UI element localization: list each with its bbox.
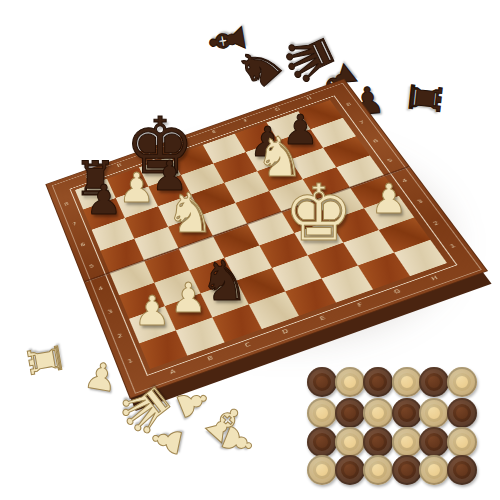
light-checker[interactable] <box>335 427 365 457</box>
dark-checker[interactable] <box>419 367 449 397</box>
white-pawn-h3[interactable]: ♟ <box>371 179 408 220</box>
dark-checker[interactable] <box>335 398 365 428</box>
white-pawn-b2[interactable]: ♟ <box>170 278 207 319</box>
light-checker[interactable] <box>447 427 477 457</box>
fallen-white-pawn[interactable]: ♟ <box>147 421 190 461</box>
light-checker[interactable] <box>363 398 393 428</box>
white-king-f3[interactable]: ♚ <box>284 174 354 252</box>
dark-checker[interactable] <box>307 427 337 457</box>
light-checker[interactable] <box>307 398 337 428</box>
black-knight-c2[interactable]: ♞ <box>200 254 249 309</box>
dark-checker[interactable] <box>392 455 422 485</box>
fallen-white-rook[interactable]: ♜ <box>22 338 70 383</box>
light-checker[interactable] <box>307 455 337 485</box>
fallen-white-pawn[interactable]: ♟ <box>82 357 121 399</box>
dark-checker[interactable] <box>363 367 393 397</box>
product-photo-scene: ♝♞♛♝♟♜ AABBCCDDEEFFGGHH1122334455667788 … <box>0 0 500 500</box>
black-pawn-a7[interactable]: ♟ <box>85 180 122 221</box>
dark-checker[interactable] <box>335 455 365 485</box>
light-checker[interactable] <box>363 455 393 485</box>
dark-checker[interactable] <box>447 455 477 485</box>
fallen-black-rook[interactable]: ♜ <box>401 77 447 119</box>
dark-checker[interactable] <box>307 367 337 397</box>
light-checker[interactable] <box>392 367 422 397</box>
white-pawn-a2[interactable]: ♟ <box>134 291 171 332</box>
light-checker[interactable] <box>447 367 477 397</box>
dark-checker[interactable] <box>363 427 393 457</box>
light-checker[interactable] <box>335 367 365 397</box>
light-checker[interactable] <box>419 398 449 428</box>
white-knight-c5[interactable]: ♞ <box>166 186 215 241</box>
light-checker[interactable] <box>392 427 422 457</box>
white-pawn-b7[interactable]: ♟ <box>118 168 155 209</box>
light-checker[interactable] <box>419 455 449 485</box>
dark-checker[interactable] <box>392 398 422 428</box>
dark-checker[interactable] <box>419 427 449 457</box>
dark-checker[interactable] <box>447 398 477 428</box>
